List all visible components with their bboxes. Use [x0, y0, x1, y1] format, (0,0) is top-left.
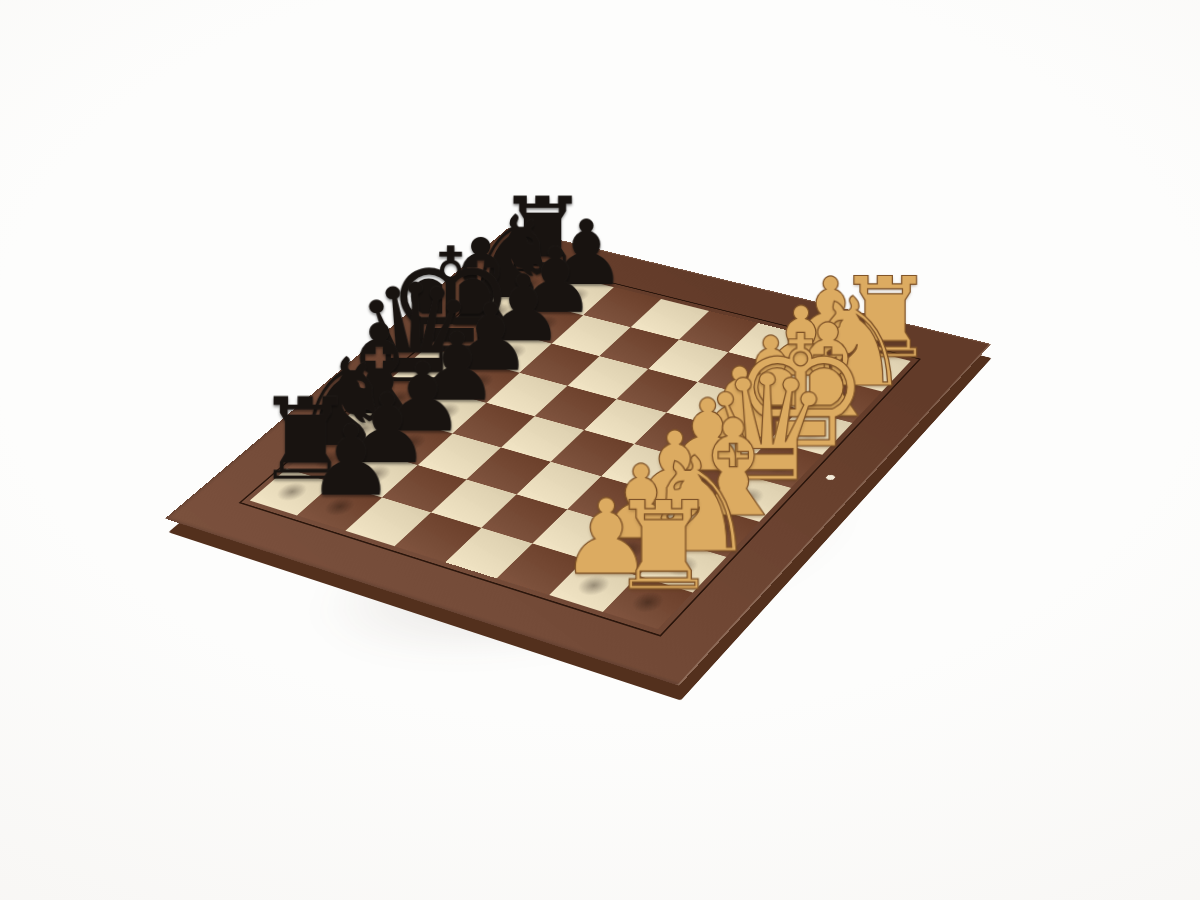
piece-white-rook[interactable]: ♜: [576, 485, 751, 607]
piece-glyph: ♜: [609, 485, 719, 607]
camera-tilt: ♜♞♝♛♚♝♞♜♟♟♟♟♟♟♟♟♟♟♟♟♟♟♟♟♜♞♝♛♚♝♞♜: [0, 0, 1200, 900]
piece-black-pawn[interactable]: ♟: [269, 412, 433, 510]
chess-board: ♜♞♝♛♚♝♞♜♟♟♟♟♟♟♟♟♟♟♟♟♟♟♟♟♜♞♝♛♚♝♞♜: [165, 228, 991, 686]
photo-scene: ♜♞♝♛♚♝♞♜♟♟♟♟♟♟♟♟♟♟♟♟♟♟♟♟♜♞♝♛♚♝♞♜: [0, 0, 1200, 900]
board-squares: ♜♞♝♛♚♝♞♜♟♟♟♟♟♟♟♟♟♟♟♟♟♟♟♟♜♞♝♛♚♝♞♜: [250, 265, 911, 630]
board-frame: ♜♞♝♛♚♝♞♜♟♟♟♟♟♟♟♟♟♟♟♟♟♟♟♟♜♞♝♛♚♝♞♜: [165, 228, 991, 686]
square-a1[interactable]: ♜: [603, 576, 693, 630]
piece-glyph: ♟: [307, 412, 395, 510]
square-a7[interactable]: ♟: [297, 483, 382, 531]
